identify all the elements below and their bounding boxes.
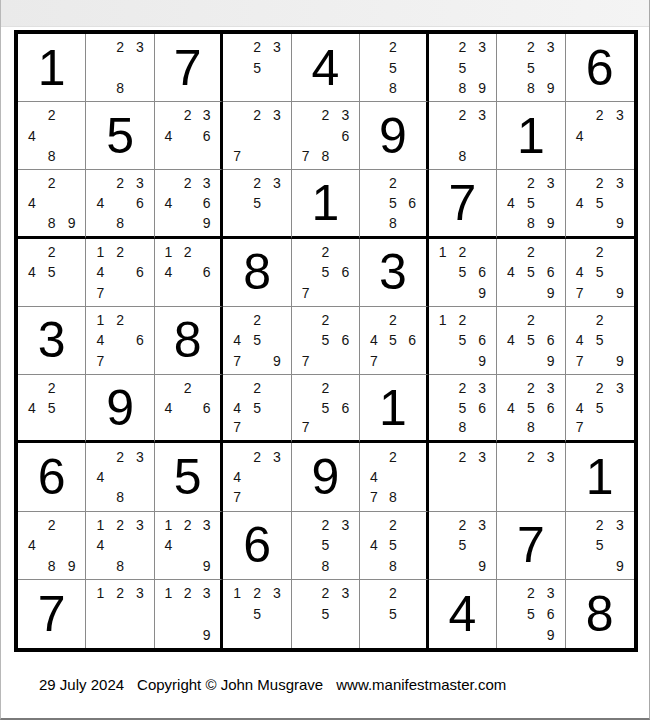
candidate-empty: [130, 57, 150, 77]
cell-r9c4[interactable]: 1235: [223, 580, 291, 648]
candidate-empty: [433, 351, 453, 371]
candidate-empty: [590, 213, 610, 233]
cell-r1c1[interactable]: 1: [18, 34, 86, 102]
candidate-empty: [335, 624, 355, 645]
cell-r7c6[interactable]: 2478: [360, 443, 428, 511]
cell-r5c3[interactable]: 8: [155, 307, 223, 375]
cell-r8c5[interactable]: 2358: [292, 512, 360, 580]
candidate-4: 4: [159, 262, 178, 282]
cell-r8c4[interactable]: 6: [223, 512, 291, 580]
candidate-empty: [364, 555, 383, 575]
candidate-empty: [501, 378, 521, 398]
candidate-2: 2: [110, 583, 130, 604]
candidate-5: 5: [42, 398, 62, 418]
cell-r4c6[interactable]: 3: [360, 239, 428, 307]
candidate-empty: [178, 604, 197, 625]
cell-r3c9[interactable]: 23459: [566, 170, 634, 238]
candidate-empty: [247, 351, 267, 371]
candidate-4: 4: [90, 467, 110, 487]
candidate-4: 4: [22, 126, 42, 146]
candidate-empty: [267, 213, 287, 233]
candidate-empty: [296, 515, 316, 535]
cell-r3c5[interactable]: 1: [292, 170, 360, 238]
candidate-6: 6: [335, 398, 355, 418]
candidate-empty: [22, 146, 42, 166]
candidate-empty: [62, 418, 82, 438]
cell-r7c4[interactable]: 2347: [223, 443, 291, 511]
pencil-marks: 123: [90, 583, 149, 645]
candidate-6: 6: [541, 262, 561, 282]
candidate-5: 5: [383, 193, 402, 213]
candidate-5: 5: [247, 57, 267, 77]
cell-r7c1[interactable]: 6: [18, 443, 86, 511]
candidate-empty: [433, 146, 453, 166]
cell-r2c1[interactable]: 248: [18, 102, 86, 170]
candidate-empty: [364, 37, 383, 57]
pencil-marks: 12467: [90, 242, 149, 303]
cell-r2c7[interactable]: 238: [429, 102, 497, 170]
cell-r3c1[interactable]: 2489: [18, 170, 86, 238]
candidate-empty: [403, 351, 422, 371]
candidate-empty: [90, 604, 110, 625]
pencil-marks: 2359: [433, 515, 492, 576]
candidate-9: 9: [541, 282, 561, 302]
candidate-3: 3: [267, 446, 287, 466]
candidate-8: 8: [383, 78, 402, 98]
cell-r6c6[interactable]: 1: [360, 375, 428, 443]
candidate-empty: [267, 398, 287, 418]
candidate-empty: [433, 535, 453, 555]
candidate-9: 9: [472, 351, 492, 371]
cell-r9c3[interactable]: 1239: [155, 580, 223, 648]
candidate-2: 2: [42, 173, 62, 193]
candidate-empty: [178, 262, 197, 282]
cell-r3c4[interactable]: 235: [223, 170, 291, 238]
candidate-empty: [452, 467, 472, 487]
cell-r7c8[interactable]: 23: [497, 443, 565, 511]
cell-r9c8[interactable]: 23569: [497, 580, 565, 648]
candidate-4: 4: [364, 467, 383, 487]
cell-r3c3[interactable]: 23469: [155, 170, 223, 238]
candidate-2: 2: [316, 378, 336, 398]
pencil-marks: 235: [296, 583, 355, 645]
candidate-5: 5: [452, 57, 472, 77]
cell-r1c8[interactable]: 23589: [497, 34, 565, 102]
candidate-2: 2: [590, 105, 610, 125]
pencil-marks: 23468: [90, 173, 149, 232]
cell-r3c7[interactable]: 7: [429, 170, 497, 238]
cell-r5c9[interactable]: 24579: [566, 307, 634, 375]
candidate-8: 8: [521, 418, 541, 438]
candidate-empty: [110, 624, 130, 645]
candidate-empty: [501, 282, 521, 302]
candidate-5: 5: [590, 262, 610, 282]
candidate-6: 6: [472, 330, 492, 350]
candidate-empty: [110, 535, 130, 555]
candidate-empty: [610, 262, 630, 282]
candidate-4: 4: [90, 330, 110, 350]
candidate-empty: [433, 105, 453, 125]
cell-r2c9[interactable]: 234: [566, 102, 634, 170]
candidate-2: 2: [247, 105, 267, 125]
candidate-5: 5: [521, 57, 541, 77]
candidate-empty: [130, 604, 150, 625]
cell-r4c3[interactable]: 1246: [155, 239, 223, 307]
candidate-empty: [296, 330, 316, 350]
candidate-empty: [247, 624, 267, 645]
cell-r3c6[interactable]: 2568: [360, 170, 428, 238]
candidate-2: 2: [452, 446, 472, 466]
candidate-empty: [227, 57, 247, 77]
candidate-empty: [433, 57, 453, 77]
candidate-3: 3: [610, 378, 630, 398]
candidate-2: 2: [42, 378, 62, 398]
candidate-empty: [197, 535, 216, 555]
candidate-empty: [501, 624, 521, 645]
candidate-empty: [227, 378, 247, 398]
cell-r5c4[interactable]: 24579: [223, 307, 291, 375]
pencil-marks: 2489: [22, 173, 81, 232]
candidate-empty: [90, 624, 110, 645]
cell-value: 6: [38, 452, 66, 502]
candidate-empty: [433, 398, 453, 418]
cell-r6c4[interactable]: 2457: [223, 375, 291, 443]
cell-r4c4[interactable]: 8: [223, 239, 291, 307]
cell-r1c5[interactable]: 4: [292, 34, 360, 102]
candidate-8: 8: [383, 213, 402, 233]
cell-r2c2[interactable]: 5: [86, 102, 154, 170]
candidate-empty: [247, 78, 267, 98]
cell-r5c6[interactable]: 24567: [360, 307, 428, 375]
candidate-empty: [433, 515, 453, 535]
candidate-6: 6: [197, 262, 216, 282]
candidate-empty: [570, 535, 590, 555]
cell-r6c1[interactable]: 245: [18, 375, 86, 443]
cell-r7c5[interactable]: 9: [292, 443, 360, 511]
candidate-4: 4: [501, 398, 521, 418]
cell-r6c8[interactable]: 234568: [497, 375, 565, 443]
pencil-marks: 258: [364, 37, 421, 98]
cell-r6c5[interactable]: 2567: [292, 375, 360, 443]
candidate-9: 9: [472, 78, 492, 98]
candidate-2: 2: [383, 173, 402, 193]
candidate-5: 5: [383, 535, 402, 555]
candidate-empty: [541, 487, 561, 507]
candidate-empty: [296, 378, 316, 398]
cell-r7c2[interactable]: 2348: [86, 443, 154, 511]
candidate-7: 7: [227, 351, 247, 371]
cell-r2c3[interactable]: 2346: [155, 102, 223, 170]
candidate-empty: [521, 624, 541, 645]
candidate-4: 4: [159, 398, 178, 418]
cell-value: 3: [379, 247, 407, 297]
pencil-marks: 234568: [501, 378, 560, 437]
cell-r9c2[interactable]: 123: [86, 580, 154, 648]
pencil-marks: 12569: [433, 242, 492, 303]
candidate-5: 5: [316, 398, 336, 418]
pencil-marks: 24579: [227, 310, 286, 371]
candidate-empty: [433, 418, 453, 438]
cell-r7c7[interactable]: 23: [429, 443, 497, 511]
candidate-empty: [335, 351, 355, 371]
candidate-empty: [433, 282, 453, 302]
cell-r7c9[interactable]: 1: [566, 443, 634, 511]
cell-r7c3[interactable]: 5: [155, 443, 223, 511]
cell-r4c2[interactable]: 12467: [86, 239, 154, 307]
candidate-8: 8: [521, 78, 541, 98]
candidate-3: 3: [610, 173, 630, 193]
cell-r6c2[interactable]: 9: [86, 375, 154, 443]
candidate-2: 2: [316, 583, 336, 604]
pencil-marks: 23469: [159, 173, 216, 232]
pencil-marks: 2567: [296, 310, 355, 371]
candidate-empty: [62, 146, 82, 166]
cell-r6c9[interactable]: 23457: [566, 375, 634, 443]
candidate-3: 3: [541, 446, 561, 466]
candidate-4: 4: [364, 535, 383, 555]
cell-r1c3[interactable]: 7: [155, 34, 223, 102]
candidate-3: 3: [267, 173, 287, 193]
candidate-5: 5: [42, 262, 62, 282]
candidate-2: 2: [452, 378, 472, 398]
candidate-empty: [90, 446, 110, 466]
cell-r1c9[interactable]: 6: [566, 34, 634, 102]
candidate-empty: [110, 330, 130, 350]
candidate-empty: [610, 126, 630, 146]
cell-r1c7[interactable]: 23589: [429, 34, 497, 102]
candidate-2: 2: [590, 515, 610, 535]
candidate-empty: [159, 282, 178, 302]
candidate-empty: [267, 378, 287, 398]
pencil-marks: 237: [227, 105, 286, 166]
candidate-empty: [590, 146, 610, 166]
candidate-empty: [433, 555, 453, 575]
cell-r9c9[interactable]: 8: [566, 580, 634, 648]
candidate-empty: [501, 467, 521, 487]
candidate-2: 2: [590, 173, 610, 193]
candidate-6: 6: [130, 193, 150, 213]
candidate-empty: [472, 146, 492, 166]
candidate-empty: [403, 467, 422, 487]
candidate-empty: [62, 398, 82, 418]
cell-r8c7[interactable]: 2359: [429, 512, 497, 580]
cell-r5c2[interactable]: 12467: [86, 307, 154, 375]
candidate-empty: [433, 37, 453, 57]
candidate-9: 9: [610, 282, 630, 302]
candidate-empty: [590, 282, 610, 302]
candidate-5: 5: [521, 398, 541, 418]
cell-r8c6[interactable]: 2458: [360, 512, 428, 580]
candidate-empty: [227, 78, 247, 98]
cell-r9c6[interactable]: 25: [360, 580, 428, 648]
pencil-marks: 24569: [501, 242, 560, 303]
candidate-7: 7: [90, 351, 110, 371]
candidate-1: 1: [90, 310, 110, 330]
cell-r8c2[interactable]: 12348: [86, 512, 154, 580]
candidate-3: 3: [335, 105, 355, 125]
candidate-empty: [296, 555, 316, 575]
candidate-empty: [22, 105, 42, 125]
cell-r5c1[interactable]: 3: [18, 307, 86, 375]
cell-r8c9[interactable]: 2359: [566, 512, 634, 580]
candidate-6: 6: [472, 398, 492, 418]
candidate-3: 3: [541, 37, 561, 57]
candidate-6: 6: [130, 262, 150, 282]
candidate-empty: [383, 467, 402, 487]
candidate-8: 8: [110, 555, 130, 575]
cell-r9c7[interactable]: 4: [429, 580, 497, 648]
candidate-2: 2: [452, 242, 472, 262]
pencil-marks: 25: [364, 583, 421, 645]
candidate-empty: [159, 418, 178, 438]
candidate-empty: [570, 105, 590, 125]
candidate-empty: [501, 242, 521, 262]
candidate-empty: [267, 487, 287, 507]
pencil-marks: 12467: [90, 310, 149, 371]
candidate-7: 7: [296, 418, 316, 438]
candidate-empty: [267, 146, 287, 166]
candidate-2: 2: [247, 173, 267, 193]
cell-r8c1[interactable]: 2489: [18, 512, 86, 580]
candidate-empty: [403, 487, 422, 507]
candidate-empty: [472, 418, 492, 438]
candidate-5: 5: [452, 398, 472, 418]
cell-r1c2[interactable]: 238: [86, 34, 154, 102]
candidate-empty: [403, 57, 422, 77]
cell-r6c7[interactable]: 23568: [429, 375, 497, 443]
candidate-empty: [364, 604, 383, 625]
cell-r1c6[interactable]: 258: [360, 34, 428, 102]
cell-r6c3[interactable]: 246: [155, 375, 223, 443]
cell-r9c1[interactable]: 7: [18, 580, 86, 648]
candidate-8: 8: [383, 555, 402, 575]
candidate-5: 5: [383, 330, 402, 350]
candidate-6: 6: [197, 193, 216, 213]
candidate-empty: [452, 126, 472, 146]
candidate-empty: [42, 193, 62, 213]
candidate-6: 6: [197, 126, 216, 146]
candidate-2: 2: [590, 310, 610, 330]
cell-r2c5[interactable]: 23678: [292, 102, 360, 170]
candidate-empty: [178, 535, 197, 555]
candidate-empty: [383, 351, 402, 371]
candidate-empty: [316, 418, 336, 438]
candidate-empty: [403, 173, 422, 193]
candidate-6: 6: [541, 604, 561, 625]
pencil-marks: 2346: [159, 105, 216, 166]
candidate-6: 6: [335, 126, 355, 146]
candidate-1: 1: [159, 515, 178, 535]
candidate-8: 8: [452, 146, 472, 166]
candidate-8: 8: [110, 213, 130, 233]
candidate-empty: [42, 126, 62, 146]
candidate-empty: [541, 57, 561, 77]
candidate-empty: [433, 378, 453, 398]
candidate-empty: [472, 487, 492, 507]
cell-r2c8[interactable]: 1: [497, 102, 565, 170]
candidate-4: 4: [570, 262, 590, 282]
cell-r3c2[interactable]: 23468: [86, 170, 154, 238]
candidate-2: 2: [178, 583, 197, 604]
cell-r2c6[interactable]: 9: [360, 102, 428, 170]
candidate-empty: [178, 398, 197, 418]
candidate-empty: [247, 467, 267, 487]
candidate-3: 3: [197, 583, 216, 604]
candidate-empty: [383, 624, 402, 645]
candidate-7: 7: [570, 282, 590, 302]
cell-r4c1[interactable]: 245: [18, 239, 86, 307]
cell-r4c5[interactable]: 2567: [292, 239, 360, 307]
candidate-1: 1: [159, 583, 178, 604]
candidate-2: 2: [178, 378, 197, 398]
candidate-4: 4: [501, 193, 521, 213]
cell-r5c8[interactable]: 24569: [497, 307, 565, 375]
candidate-4: 4: [90, 193, 110, 213]
candidate-9: 9: [197, 555, 216, 575]
candidate-empty: [433, 262, 453, 282]
cell-r3c8[interactable]: 234589: [497, 170, 565, 238]
candidate-empty: [452, 282, 472, 302]
cell-r4c8[interactable]: 24569: [497, 239, 565, 307]
candidate-2: 2: [178, 173, 197, 193]
candidate-empty: [296, 310, 316, 330]
pencil-marks: 246: [159, 378, 216, 437]
cell-value: 1: [379, 383, 407, 433]
candidate-2: 2: [110, 37, 130, 57]
pencil-marks: 23: [501, 446, 560, 507]
cell-r2c4[interactable]: 237: [223, 102, 291, 170]
candidate-empty: [197, 282, 216, 302]
candidate-empty: [521, 282, 541, 302]
candidate-7: 7: [296, 146, 316, 166]
cell-value: 8: [243, 247, 271, 297]
cell-r5c5[interactable]: 2567: [292, 307, 360, 375]
pencil-marks: 245: [22, 242, 81, 303]
candidate-7: 7: [296, 351, 316, 371]
cell-r8c8[interactable]: 7: [497, 512, 565, 580]
candidate-empty: [178, 126, 197, 146]
cell-value: 9: [379, 111, 407, 161]
pencil-marks: 234589: [501, 173, 560, 232]
candidate-empty: [90, 173, 110, 193]
candidate-empty: [42, 418, 62, 438]
candidate-empty: [364, 446, 383, 466]
cell-r4c9[interactable]: 24579: [566, 239, 634, 307]
candidate-empty: [267, 57, 287, 77]
candidate-6: 6: [472, 262, 492, 282]
cell-r9c5[interactable]: 235: [292, 580, 360, 648]
candidate-empty: [570, 515, 590, 535]
candidate-empty: [247, 213, 267, 233]
cell-value: 4: [312, 43, 340, 93]
candidate-empty: [570, 173, 590, 193]
cell-r4c7[interactable]: 12569: [429, 239, 497, 307]
cell-r5c7[interactable]: 12569: [429, 307, 497, 375]
cell-r8c3[interactable]: 12349: [155, 512, 223, 580]
candidate-6: 6: [541, 330, 561, 350]
pencil-marks: 23568: [433, 378, 492, 437]
candidate-empty: [22, 213, 42, 233]
candidate-3: 3: [610, 515, 630, 535]
candidate-empty: [364, 624, 383, 645]
candidate-5: 5: [521, 193, 541, 213]
pencil-marks: 238: [433, 105, 492, 166]
cell-r1c4[interactable]: 235: [223, 34, 291, 102]
candidate-1: 1: [433, 310, 453, 330]
candidate-empty: [130, 282, 150, 302]
candidate-empty: [570, 146, 590, 166]
pencil-marks: 24579: [570, 242, 630, 303]
